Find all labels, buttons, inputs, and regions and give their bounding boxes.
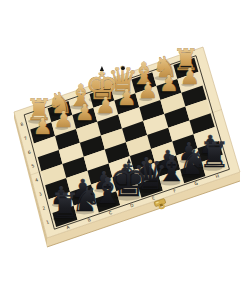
chess-set-product-photo: Folding wooden chess set, board open wit… bbox=[0, 0, 249, 300]
piece-white-pawn-h7: ♟ bbox=[180, 63, 200, 89]
piece-black-rook-a1: ♜ bbox=[49, 186, 80, 226]
piece-white-pawn-d7: ♟ bbox=[96, 92, 116, 118]
finial-ball-e8 bbox=[121, 66, 125, 70]
chess-board-scene: 87654321ABCDEFGH♜♞♟♝♟♛♟♚♟♝♟♞♟♜♟♟♟♟♜♟♞♟♝♟… bbox=[0, 0, 249, 300]
piece-white-pawn-e7: ♟ bbox=[117, 84, 137, 110]
piece-white-pawn-f7: ♟ bbox=[138, 77, 158, 103]
finial-ball-e1 bbox=[148, 160, 152, 164]
piece-white-pawn-b7: ♟ bbox=[54, 106, 74, 132]
piece-white-pawn-a7: ♟ bbox=[33, 113, 53, 139]
piece-white-pawn-g7: ♟ bbox=[159, 70, 179, 96]
piece-white-pawn-c7: ♟ bbox=[75, 99, 95, 125]
